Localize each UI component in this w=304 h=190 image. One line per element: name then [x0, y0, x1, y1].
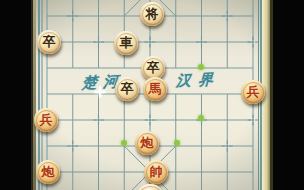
river-text-han-jie: 汉界 — [176, 70, 221, 91]
piece-black-soldier-d5[interactable]: 卒 — [115, 77, 139, 101]
piece-character: 将 — [146, 2, 159, 26]
move-hint-dot-f7[interactable] — [174, 140, 180, 146]
piece-black-general[interactable]: 将 — [140, 2, 164, 26]
piece-red-general[interactable]: 帥 — [144, 160, 168, 184]
piece-character: 兵 — [40, 108, 53, 132]
piece-red-cannon-e7[interactable]: 炮 — [135, 131, 159, 155]
piece-black-chariot[interactable]: 車 — [114, 31, 138, 55]
piece-character: 卒 — [43, 30, 56, 54]
piece-black-soldier-a3[interactable]: 卒 — [37, 30, 61, 54]
move-hint-dot-f4[interactable] — [198, 64, 204, 70]
piece-character: 炮 — [42, 160, 55, 184]
piece-red-cannon-a8[interactable]: 炮 — [36, 160, 60, 184]
piece-red-soldier-i5[interactable]: 兵 — [241, 80, 265, 104]
move-hint-dot-d7[interactable] — [121, 140, 127, 146]
piece-red-soldier-a6[interactable]: 兵 — [34, 108, 58, 132]
board-edge-left-dark — [31, 0, 33, 190]
piece-character: 炮 — [141, 131, 154, 155]
piece-character: 卒 — [121, 77, 134, 101]
piece-red-horse[interactable]: 馬 — [143, 77, 167, 101]
board-edge-right-dark — [270, 0, 273, 190]
piece-character: 車 — [120, 31, 133, 55]
sparkle-effect — [94, 86, 106, 98]
piece-character: 帥 — [150, 160, 163, 184]
board-edge-left-bevel — [33, 0, 36, 190]
piece-character: 兵 — [247, 80, 260, 104]
move-hint-dot-f6[interactable] — [198, 115, 204, 121]
piece-character: 馬 — [149, 77, 162, 101]
stage: 楚河 汉界 将 卒 車 卒 卒 馬 兵 兵 炮 炮 帥 — [0, 0, 304, 190]
